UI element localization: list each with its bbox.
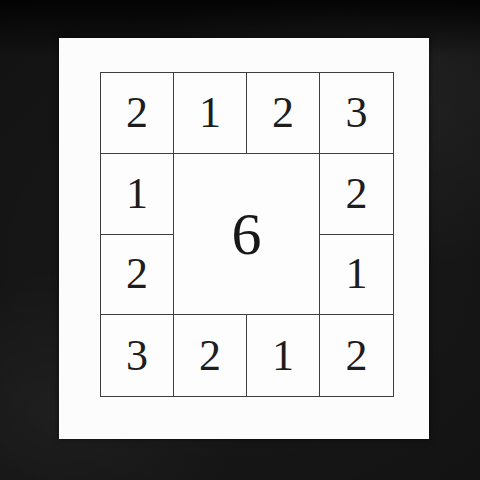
puzzle-grid: 2 1 2 3 1 6 2 2 1 3 2 (100, 72, 394, 397)
cell-number: 3 (126, 334, 148, 378)
puzzle-card: 2 1 2 3 1 6 2 2 1 3 2 (59, 38, 429, 439)
grid-cell-r4c3: 1 (247, 315, 320, 396)
cell-number: 3 (346, 91, 368, 135)
cell-number: 1 (126, 172, 148, 216)
cell-number: 1 (346, 252, 368, 296)
grid-cell-r2c1: 1 (101, 154, 174, 235)
grid-cell-r4c4: 2 (320, 315, 393, 396)
grid-cell-r3c4: 1 (320, 235, 393, 316)
grid-cell-r3c1: 2 (101, 235, 174, 316)
grid-cell-r1c4: 3 (320, 73, 393, 154)
cell-number: 2 (126, 91, 148, 135)
center-number: 6 (232, 204, 262, 264)
grid-cell-r4c2: 2 (174, 315, 247, 396)
grid-cell-r1c1: 2 (101, 73, 174, 154)
cell-number: 2 (199, 334, 221, 378)
grid-cell-r2c4: 2 (320, 154, 393, 235)
cell-number: 2 (346, 172, 368, 216)
cell-number: 2 (126, 252, 148, 296)
grid-cell-r4c1: 3 (101, 315, 174, 396)
grid-cell-r1c3: 2 (247, 73, 320, 154)
cell-number: 1 (272, 334, 294, 378)
cell-number: 2 (272, 91, 294, 135)
cell-number: 1 (199, 91, 221, 135)
cell-number: 2 (346, 334, 368, 378)
grid-cell-r1c2: 1 (174, 73, 247, 154)
grid-cell-center: 6 (174, 154, 320, 316)
